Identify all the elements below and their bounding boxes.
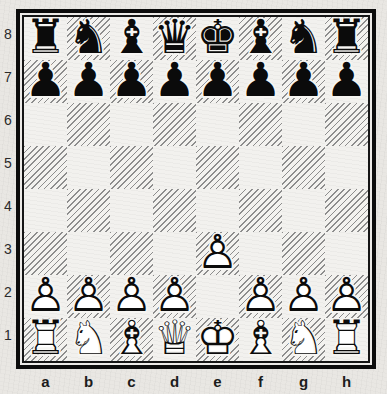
square-d5[interactable] xyxy=(153,146,196,189)
square-c7[interactable]: ♟ xyxy=(110,60,153,103)
square-g5[interactable] xyxy=(282,146,325,189)
rank-label-4: 4 xyxy=(0,184,16,227)
chess-board: ♜♞♝♛♚♝♞♜♟♟♟♟♟♟♟♟♟♙♟♙♟♙♟♙♟♙♟♙♟♙♟♙♜♖♞♘♝♗♛♕… xyxy=(24,17,368,361)
chess-diagram: 87654321 ♜♞♝♛♚♝♞♜♟♟♟♟♟♟♟♟♟♙♟♙♟♙♟♙♟♙♟♙♟♙♟… xyxy=(0,0,387,394)
rank-label-8: 8 xyxy=(0,12,16,55)
piece-white-rook: ♜♖ xyxy=(325,318,368,361)
square-c6[interactable] xyxy=(110,103,153,146)
square-f5[interactable] xyxy=(239,146,282,189)
piece-white-knight: ♞♘ xyxy=(282,318,325,361)
square-c5[interactable] xyxy=(110,146,153,189)
piece-white-rook: ♜♖ xyxy=(24,318,67,361)
square-e6[interactable] xyxy=(196,103,239,146)
piece-black-pawn: ♟ xyxy=(282,60,325,103)
square-a7[interactable]: ♟ xyxy=(24,60,67,103)
piece-black-pawn: ♟ xyxy=(196,60,239,103)
file-label-h: h xyxy=(325,373,368,390)
rank-label-5: 5 xyxy=(0,141,16,184)
square-e3[interactable]: ♟♙ xyxy=(196,232,239,275)
square-b6[interactable] xyxy=(67,103,110,146)
rank-label-2: 2 xyxy=(0,270,16,313)
file-label-e: e xyxy=(196,373,239,390)
file-label-b: b xyxy=(67,373,110,390)
square-c1[interactable]: ♝♗ xyxy=(110,318,153,361)
file-label-c: c xyxy=(110,373,153,390)
square-h5[interactable] xyxy=(325,146,368,189)
square-g4[interactable] xyxy=(282,189,325,232)
file-label-g: g xyxy=(282,373,325,390)
file-label-f: f xyxy=(239,373,282,390)
square-g1[interactable]: ♞♘ xyxy=(282,318,325,361)
square-g7[interactable]: ♟ xyxy=(282,60,325,103)
square-d7[interactable]: ♟ xyxy=(153,60,196,103)
piece-white-knight: ♞♘ xyxy=(67,318,110,361)
square-h1[interactable]: ♜♖ xyxy=(325,318,368,361)
square-d1[interactable]: ♛♕ xyxy=(153,318,196,361)
board-frame: ♜♞♝♛♚♝♞♜♟♟♟♟♟♟♟♟♟♙♟♙♟♙♟♙♟♙♟♙♟♙♟♙♜♖♞♘♝♗♛♕… xyxy=(16,9,376,369)
square-d6[interactable] xyxy=(153,103,196,146)
square-f7[interactable]: ♟ xyxy=(239,60,282,103)
piece-black-pawn: ♟ xyxy=(67,60,110,103)
square-e7[interactable]: ♟ xyxy=(196,60,239,103)
square-b1[interactable]: ♞♘ xyxy=(67,318,110,361)
square-f1[interactable]: ♝♗ xyxy=(239,318,282,361)
rank-label-7: 7 xyxy=(0,55,16,98)
file-labels: abcdefgh xyxy=(24,373,368,390)
rank-label-6: 6 xyxy=(0,98,16,141)
square-a1[interactable]: ♜♖ xyxy=(24,318,67,361)
piece-white-bishop: ♝♗ xyxy=(239,318,282,361)
piece-black-pawn: ♟ xyxy=(110,60,153,103)
piece-white-bishop: ♝♗ xyxy=(110,318,153,361)
rank-label-1: 1 xyxy=(0,313,16,356)
piece-black-pawn: ♟ xyxy=(325,60,368,103)
square-h6[interactable] xyxy=(325,103,368,146)
square-e1[interactable]: ♚♔ xyxy=(196,318,239,361)
piece-black-pawn: ♟ xyxy=(239,60,282,103)
piece-white-pawn: ♟♙ xyxy=(196,232,239,275)
square-e5[interactable] xyxy=(196,146,239,189)
rank-labels: 87654321 xyxy=(0,17,16,361)
square-a5[interactable] xyxy=(24,146,67,189)
square-g6[interactable] xyxy=(282,103,325,146)
square-b5[interactable] xyxy=(67,146,110,189)
piece-black-pawn: ♟ xyxy=(24,60,67,103)
square-f6[interactable] xyxy=(239,103,282,146)
file-label-a: a xyxy=(24,373,67,390)
square-d4[interactable] xyxy=(153,189,196,232)
square-h4[interactable] xyxy=(325,189,368,232)
rank-label-3: 3 xyxy=(0,227,16,270)
file-label-d: d xyxy=(153,373,196,390)
piece-black-pawn: ♟ xyxy=(153,60,196,103)
board-inner-frame: ♜♞♝♛♚♝♞♜♟♟♟♟♟♟♟♟♟♙♟♙♟♙♟♙♟♙♟♙♟♙♟♙♜♖♞♘♝♗♛♕… xyxy=(22,15,370,363)
square-a4[interactable] xyxy=(24,189,67,232)
square-b4[interactable] xyxy=(67,189,110,232)
square-c4[interactable] xyxy=(110,189,153,232)
square-b7[interactable]: ♟ xyxy=(67,60,110,103)
piece-white-king: ♚♔ xyxy=(196,318,239,361)
square-f4[interactable] xyxy=(239,189,282,232)
piece-white-queen: ♛♕ xyxy=(153,318,196,361)
square-a6[interactable] xyxy=(24,103,67,146)
square-h7[interactable]: ♟ xyxy=(325,60,368,103)
